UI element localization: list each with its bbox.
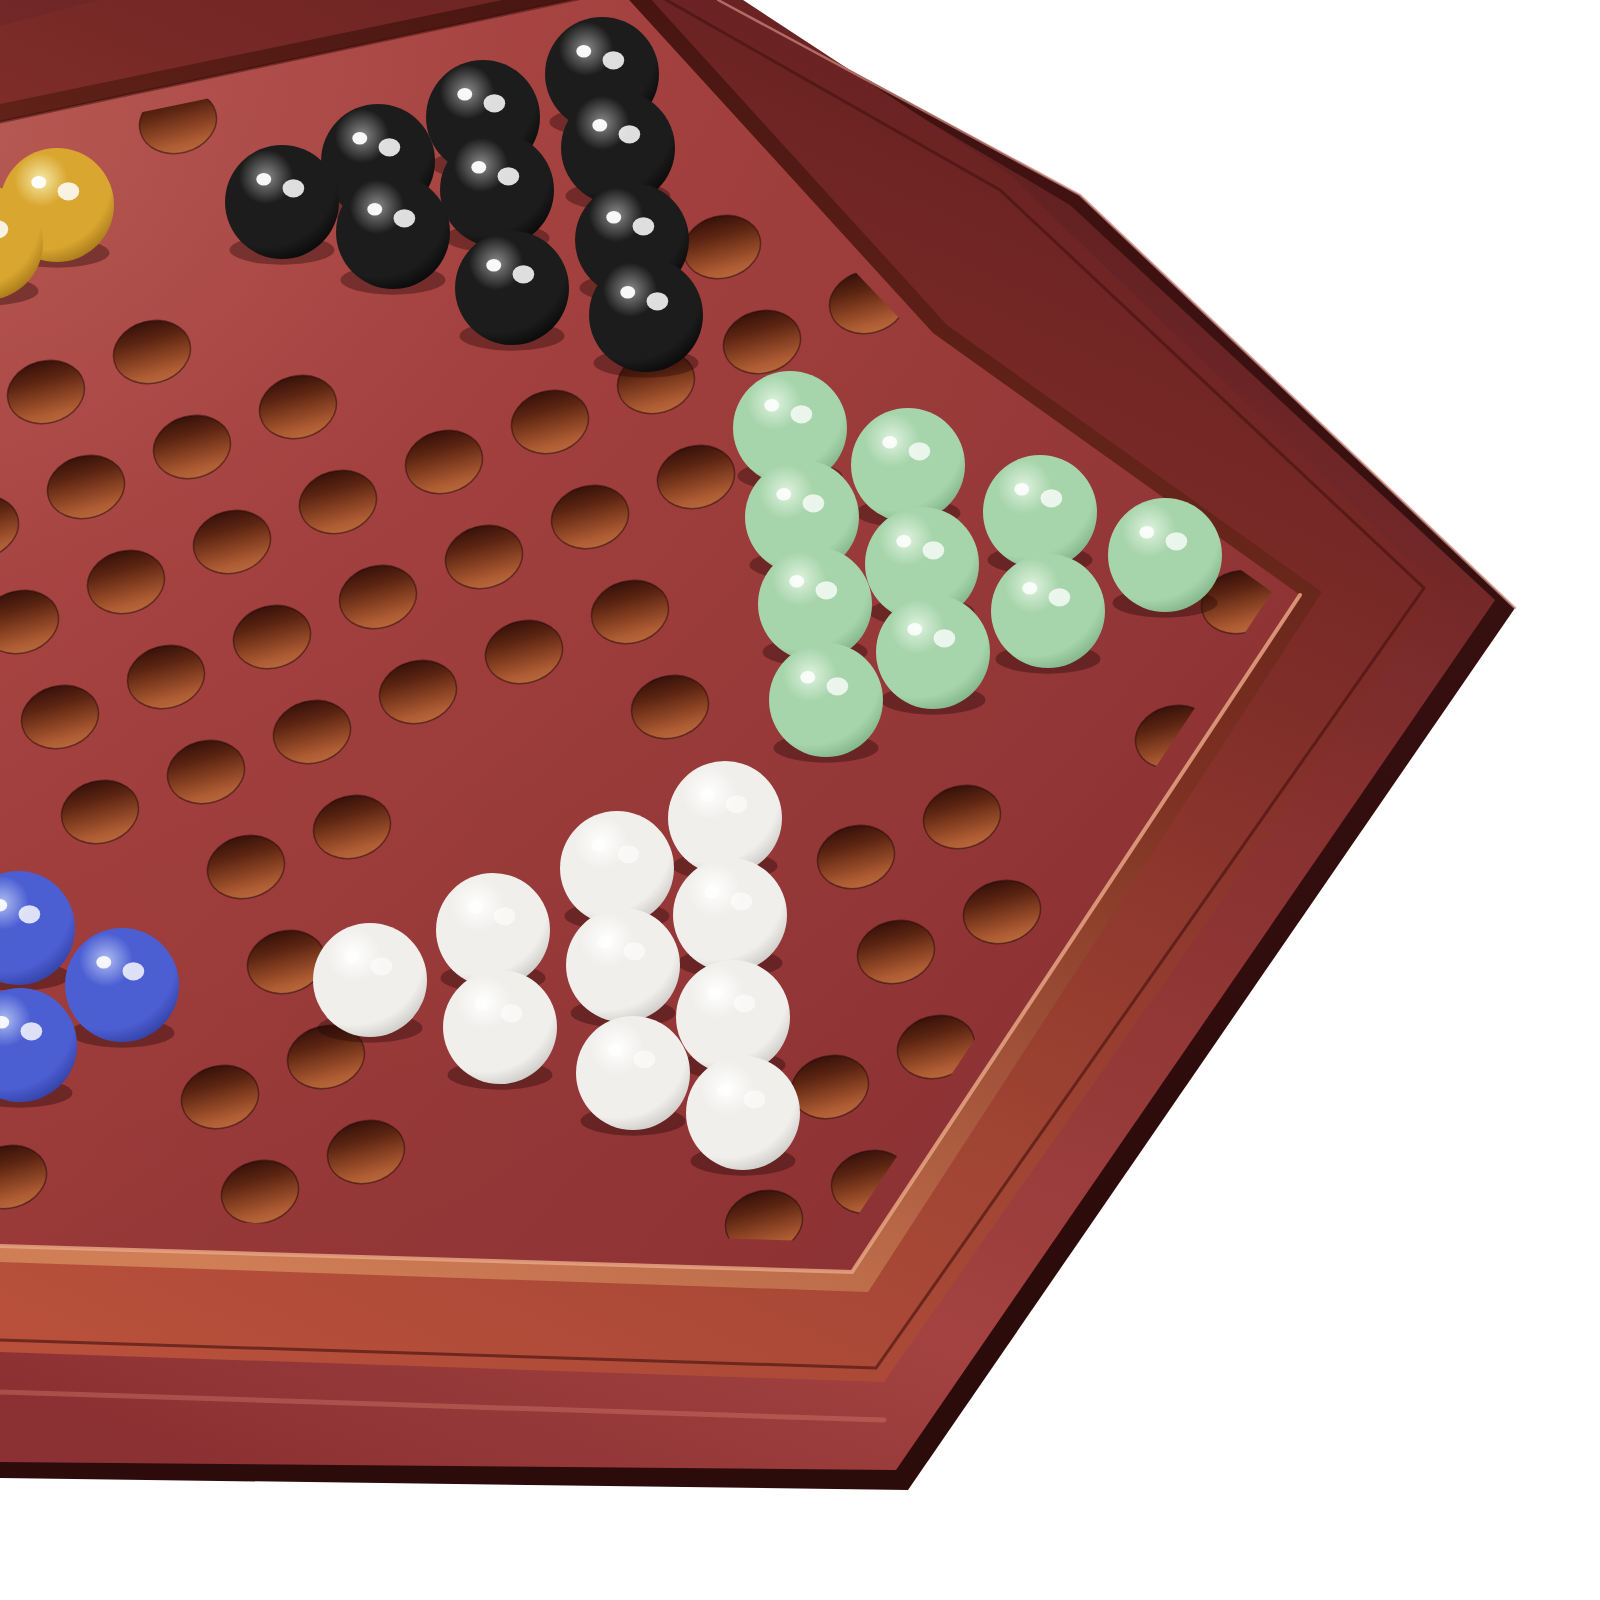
chinese-checkers-board-photo (0, 0, 1600, 1600)
marble-blue[interactable] (65, 928, 179, 1048)
marble-black[interactable] (225, 145, 339, 265)
marble-white[interactable] (686, 1056, 800, 1176)
board-svg (0, 0, 1600, 1600)
marble-black[interactable] (455, 231, 569, 351)
marble-white[interactable] (313, 923, 427, 1043)
marble-black[interactable] (336, 175, 450, 295)
marble-green[interactable] (991, 554, 1105, 674)
marble-white[interactable] (566, 908, 680, 1028)
marble-green[interactable] (1108, 498, 1222, 618)
marble-black[interactable] (589, 258, 703, 378)
marble-green[interactable] (769, 643, 883, 763)
marble-green[interactable] (876, 595, 990, 715)
marble-white[interactable] (673, 858, 787, 978)
marble-white[interactable] (576, 1016, 690, 1136)
marble-white[interactable] (443, 970, 557, 1090)
